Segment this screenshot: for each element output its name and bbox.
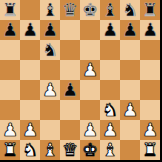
piece-black-pawn[interactable]: ♟ (120, 20, 140, 40)
piece-white-pawn[interactable]: ♟ (20, 120, 40, 140)
square-a5[interactable] (0, 60, 20, 80)
square-d1[interactable]: ♛ (60, 140, 80, 160)
square-a4[interactable] (0, 80, 20, 100)
piece-black-pawn[interactable]: ♟ (0, 20, 20, 40)
square-a3[interactable] (0, 100, 20, 120)
square-b1[interactable]: ♞ (20, 140, 40, 160)
square-b5[interactable] (20, 60, 40, 80)
piece-black-rook[interactable]: ♜ (0, 0, 20, 20)
chess-board[interactable]: ♜♝♛♚♝♞♜♟♟♟♟♟♟♞♟♟♟♞♟♟♟♟♟♟♜♞♝♛♚♝♜ (0, 0, 162, 162)
square-h8[interactable]: ♜ (140, 0, 160, 20)
square-b6[interactable] (20, 40, 40, 60)
square-f1[interactable]: ♝ (100, 140, 120, 160)
square-b7[interactable]: ♟ (20, 20, 40, 40)
square-e7[interactable] (80, 20, 100, 40)
piece-white-knight[interactable]: ♞ (20, 140, 40, 160)
square-c7[interactable]: ♟ (40, 20, 60, 40)
square-e5[interactable]: ♟ (80, 60, 100, 80)
square-b2[interactable]: ♟ (20, 120, 40, 140)
piece-black-bishop[interactable]: ♝ (40, 0, 60, 20)
piece-white-queen[interactable]: ♛ (60, 140, 80, 160)
piece-black-pawn[interactable]: ♟ (20, 20, 40, 40)
square-c3[interactable] (40, 100, 60, 120)
piece-white-pawn[interactable]: ♟ (80, 60, 100, 80)
square-c6[interactable]: ♞ (40, 40, 60, 60)
square-g8[interactable]: ♞ (120, 0, 140, 20)
square-b4[interactable] (20, 80, 40, 100)
square-c1[interactable]: ♝ (40, 140, 60, 160)
square-e1[interactable]: ♚ (80, 140, 100, 160)
piece-white-knight[interactable]: ♞ (100, 100, 120, 120)
piece-white-rook[interactable]: ♜ (0, 140, 20, 160)
piece-white-king[interactable]: ♚ (80, 140, 100, 160)
square-f4[interactable] (100, 80, 120, 100)
square-d8[interactable]: ♛ (60, 0, 80, 20)
piece-black-knight[interactable]: ♞ (120, 0, 140, 20)
square-e8[interactable]: ♚ (80, 0, 100, 20)
piece-white-bishop[interactable]: ♝ (40, 140, 60, 160)
piece-black-king[interactable]: ♚ (80, 0, 100, 20)
square-b8[interactable] (20, 0, 40, 20)
square-f8[interactable]: ♝ (100, 0, 120, 20)
square-f6[interactable] (100, 40, 120, 60)
square-d4[interactable]: ♟ (60, 80, 80, 100)
square-f2[interactable]: ♟ (100, 120, 120, 140)
square-h3[interactable] (140, 100, 160, 120)
square-h6[interactable] (140, 40, 160, 60)
square-h7[interactable]: ♟ (140, 20, 160, 40)
square-d3[interactable] (60, 100, 80, 120)
square-a1[interactable]: ♜ (0, 140, 20, 160)
square-a7[interactable]: ♟ (0, 20, 20, 40)
square-h1[interactable]: ♜ (140, 140, 160, 160)
square-g1[interactable] (120, 140, 140, 160)
square-a8[interactable]: ♜ (0, 0, 20, 20)
square-c2[interactable] (40, 120, 60, 140)
piece-black-pawn[interactable]: ♟ (40, 20, 60, 40)
square-c5[interactable] (40, 60, 60, 80)
piece-white-bishop[interactable]: ♝ (100, 140, 120, 160)
piece-white-pawn[interactable]: ♟ (40, 80, 60, 100)
square-d5[interactable] (60, 60, 80, 80)
square-d6[interactable] (60, 40, 80, 60)
piece-white-rook[interactable]: ♜ (140, 140, 160, 160)
square-h5[interactable] (140, 60, 160, 80)
square-c4[interactable]: ♟ (40, 80, 60, 100)
square-c8[interactable]: ♝ (40, 0, 60, 20)
chess-board-frame: ♜♝♛♚♝♞♜♟♟♟♟♟♟♞♟♟♟♞♟♟♟♟♟♟♜♞♝♛♚♝♜ (0, 0, 162, 162)
square-a2[interactable]: ♟ (0, 120, 20, 140)
square-b3[interactable] (20, 100, 40, 120)
piece-white-pawn[interactable]: ♟ (0, 120, 20, 140)
square-g7[interactable]: ♟ (120, 20, 140, 40)
piece-black-knight[interactable]: ♞ (40, 40, 60, 60)
square-f5[interactable] (100, 60, 120, 80)
square-d2[interactable] (60, 120, 80, 140)
piece-white-pawn[interactable]: ♟ (80, 120, 100, 140)
square-h2[interactable]: ♟ (140, 120, 160, 140)
square-h4[interactable] (140, 80, 160, 100)
piece-black-queen[interactable]: ♛ (60, 0, 80, 20)
square-e3[interactable] (80, 100, 100, 120)
piece-white-pawn[interactable]: ♟ (120, 100, 140, 120)
square-g6[interactable] (120, 40, 140, 60)
square-e2[interactable]: ♟ (80, 120, 100, 140)
square-g2[interactable] (120, 120, 140, 140)
piece-black-bishop[interactable]: ♝ (100, 0, 120, 20)
piece-black-pawn[interactable]: ♟ (60, 80, 80, 100)
piece-black-pawn[interactable]: ♟ (100, 20, 120, 40)
square-g5[interactable] (120, 60, 140, 80)
square-f3[interactable]: ♞ (100, 100, 120, 120)
piece-white-pawn[interactable]: ♟ (140, 120, 160, 140)
square-f7[interactable]: ♟ (100, 20, 120, 40)
piece-black-rook[interactable]: ♜ (140, 0, 160, 20)
square-e4[interactable] (80, 80, 100, 100)
square-e6[interactable] (80, 40, 100, 60)
square-a6[interactable] (0, 40, 20, 60)
square-d7[interactable] (60, 20, 80, 40)
piece-black-pawn[interactable]: ♟ (140, 20, 160, 40)
square-g4[interactable] (120, 80, 140, 100)
piece-white-pawn[interactable]: ♟ (100, 120, 120, 140)
square-g3[interactable]: ♟ (120, 100, 140, 120)
